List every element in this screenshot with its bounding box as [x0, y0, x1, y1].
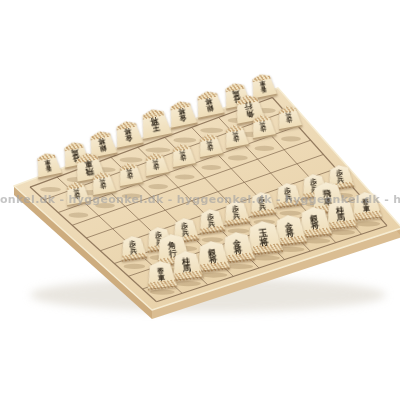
piece-kanji: 歩兵	[275, 104, 302, 130]
piece-kanji: 歩兵	[118, 234, 147, 261]
shogi-piece-gote-pawn[interactable]: 歩兵	[275, 104, 302, 130]
piece-kanji: 香車	[145, 259, 177, 290]
piece-kanji: 銀将	[193, 89, 225, 120]
piece-kanji: 歩兵	[169, 142, 196, 168]
shogi-piece-gote-pawn[interactable]: 歩兵	[116, 161, 143, 187]
shogi-piece-gote-gold[interactable]: 金将	[166, 99, 198, 130]
piece-kanji: 金将	[166, 99, 198, 130]
piece-kanji: 金将	[112, 118, 144, 149]
piece-kanji: 歩兵	[196, 208, 225, 235]
shogi-piece-gote-pawn[interactable]: 歩兵	[196, 132, 223, 158]
shogi-piece-gote-pawn[interactable]: 歩兵	[222, 123, 249, 149]
piece-kanji: 歩兵	[222, 123, 249, 149]
shogi-piece-gote-pawn[interactable]: 歩兵	[249, 113, 276, 139]
shogi-piece-gote-king[interactable]: 王将	[138, 106, 173, 140]
shogi-piece-gote-pawn[interactable]: 歩兵	[89, 171, 116, 197]
piece-kanji: 歩兵	[196, 132, 223, 158]
piece-kanji: 歩兵	[143, 152, 170, 178]
piece-kanji: 歩兵	[116, 161, 143, 187]
shogi-piece-sente-lance[interactable]: 香車	[145, 259, 177, 290]
shogi-piece-sente-pawn[interactable]: 歩兵	[274, 181, 303, 208]
shogi-piece-sente-pawn[interactable]: 歩兵	[196, 208, 225, 235]
piece-kanji: 歩兵	[63, 180, 90, 206]
shogi-piece-gote-gold[interactable]: 金将	[112, 118, 144, 149]
shogi-piece-sente-pawn[interactable]: 歩兵	[118, 234, 147, 261]
shogi-piece-gote-lance[interactable]: 香車	[34, 151, 63, 179]
shogi-piece-gote-silver[interactable]: 銀将	[193, 89, 225, 120]
piece-kanji: 歩兵	[249, 113, 276, 139]
piece-kanji: 王将	[138, 106, 173, 140]
piece-kanji: 歩兵	[89, 171, 116, 197]
shogi-piece-gote-pawn[interactable]: 歩兵	[169, 142, 196, 168]
shogi-piece-sente-pawn[interactable]: 歩兵	[248, 190, 277, 217]
shogi-set-photo: 香車桂馬銀将金将王将金将銀将桂馬香車飛車角行歩兵歩兵歩兵歩兵歩兵歩兵歩兵歩兵歩兵…	[0, 0, 400, 400]
shogi-piece-gote-pawn[interactable]: 歩兵	[63, 180, 90, 206]
piece-kanji: 歩兵	[248, 190, 277, 217]
shogi-piece-gote-pawn[interactable]: 歩兵	[143, 152, 170, 178]
piece-kanji: 香車	[34, 151, 63, 179]
piece-kanji: 歩兵	[274, 181, 303, 208]
